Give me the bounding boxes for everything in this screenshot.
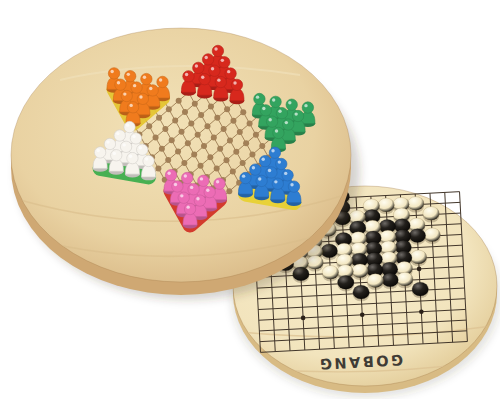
peg [183, 203, 198, 228]
peg [181, 71, 196, 96]
peg [254, 175, 269, 200]
peg [238, 172, 253, 197]
peg [125, 152, 140, 177]
peg [270, 178, 285, 203]
peg [109, 150, 124, 175]
product-photo-scene: GOBANG [0, 0, 500, 399]
peg [141, 155, 156, 180]
peg [230, 79, 245, 104]
peg [93, 147, 108, 172]
peg [287, 181, 302, 206]
peg [213, 76, 228, 101]
peg [197, 73, 212, 98]
chinese-checkers-board [0, 0, 500, 399]
